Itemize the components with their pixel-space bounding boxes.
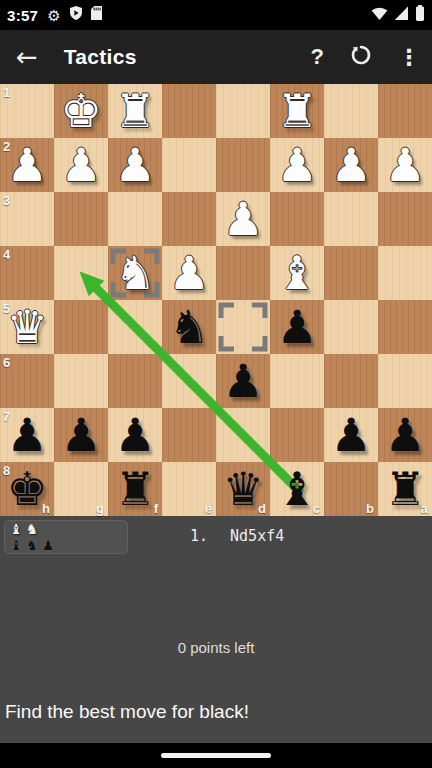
square-c3[interactable]: [270, 192, 324, 246]
home-indicator[interactable]: [161, 753, 271, 758]
square-f6[interactable]: [108, 354, 162, 408]
square-a7[interactable]: ♟: [378, 408, 432, 462]
piece-black-rook[interactable]: ♜: [108, 462, 162, 516]
square-f7[interactable]: ♟: [108, 408, 162, 462]
piece-black-pawn[interactable]: ♟: [378, 408, 432, 462]
square-c4[interactable]: ♝: [270, 246, 324, 300]
file-label-e: e: [205, 501, 212, 516]
piece-black-pawn[interactable]: ♟: [270, 300, 324, 354]
piece-white-pawn[interactable]: ♟: [324, 138, 378, 192]
piece-white-rook[interactable]: ♜: [270, 84, 324, 138]
captured-black-knight: ♞: [24, 537, 40, 553]
page-title: Tactics: [64, 45, 137, 69]
square-a5[interactable]: [378, 300, 432, 354]
captured-black-row: ♝♞♟: [8, 537, 124, 553]
piece-black-queen[interactable]: ♛: [216, 462, 270, 516]
navigation-bar: [0, 743, 432, 768]
square-c7[interactable]: [270, 408, 324, 462]
square-h7[interactable]: ♟7: [0, 408, 54, 462]
square-b4[interactable]: [324, 246, 378, 300]
file-label-b: b: [366, 501, 374, 516]
sd-card-icon: [91, 6, 102, 24]
square-g4[interactable]: [54, 246, 108, 300]
square-d2[interactable]: [216, 138, 270, 192]
status-bar: 3:57 ⚙: [0, 0, 432, 30]
square-g2[interactable]: ♟: [54, 138, 108, 192]
captured-white-bishop: ♝: [8, 521, 24, 537]
square-g7[interactable]: ♟: [54, 408, 108, 462]
piece-white-pawn[interactable]: ♟: [162, 246, 216, 300]
square-e6[interactable]: [162, 354, 216, 408]
square-a4[interactable]: [378, 246, 432, 300]
help-button[interactable]: ?: [311, 44, 324, 70]
square-b1[interactable]: [324, 84, 378, 138]
square-a1[interactable]: [378, 84, 432, 138]
overflow-menu-button[interactable]: ⋮: [398, 45, 420, 70]
square-f3[interactable]: [108, 192, 162, 246]
square-c2[interactable]: ♟: [270, 138, 324, 192]
piece-black-pawn[interactable]: ♟: [54, 408, 108, 462]
square-e8[interactable]: e: [162, 462, 216, 516]
rank-label-6: 6: [3, 355, 10, 370]
square-d4[interactable]: [216, 246, 270, 300]
file-label-g: g: [96, 501, 104, 516]
piece-white-pawn[interactable]: ♟: [108, 138, 162, 192]
piece-black-rook[interactable]: ♜: [378, 462, 432, 516]
square-c5[interactable]: ♟: [270, 300, 324, 354]
move-list: 1. Nd5xf4: [190, 527, 284, 545]
move-number: 1.: [190, 527, 208, 545]
square-h5[interactable]: ♛5: [0, 300, 54, 354]
square-h3[interactable]: 3: [0, 192, 54, 246]
turn-prompt-label: Find the best move for black!: [5, 701, 249, 723]
piece-white-pawn[interactable]: ♟: [216, 192, 270, 246]
square-d6[interactable]: ♟: [216, 354, 270, 408]
square-a8[interactable]: ♜a: [378, 462, 432, 516]
square-g8[interactable]: g: [54, 462, 108, 516]
square-e2[interactable]: [162, 138, 216, 192]
square-h4[interactable]: 4: [0, 246, 54, 300]
square-f1[interactable]: ♜: [108, 84, 162, 138]
piece-black-king[interactable]: ♚: [0, 462, 54, 516]
points-left-label: 0 points left: [0, 639, 432, 656]
square-b5[interactable]: [324, 300, 378, 354]
chess-board[interactable]: 1♚♜♜♟2♟♟♟♟♟3♟4♞♟♝♛5♞♟6♟♟7♟♟♟♟♚8hg♜fe♛d♝c…: [0, 84, 432, 516]
square-c8[interactable]: ♝c: [270, 462, 324, 516]
piece-black-bishop[interactable]: ♝: [270, 462, 324, 516]
captured-black-pawn: ♟: [40, 537, 56, 553]
square-h2[interactable]: ♟2: [0, 138, 54, 192]
cell-signal-icon: [394, 6, 409, 24]
square-a2[interactable]: ♟: [378, 138, 432, 192]
piece-black-pawn[interactable]: ♟: [108, 408, 162, 462]
piece-white-rook[interactable]: ♜: [108, 84, 162, 138]
square-g5[interactable]: [54, 300, 108, 354]
rank-label-3: 3: [3, 193, 10, 208]
square-c1[interactable]: ♜: [270, 84, 324, 138]
piece-white-pawn[interactable]: ♟: [378, 138, 432, 192]
square-d1[interactable]: [216, 84, 270, 138]
play-protect-icon: [70, 6, 82, 24]
piece-black-pawn[interactable]: ♟: [216, 354, 270, 408]
captured-black-bishop: ♝: [8, 537, 24, 553]
rank-label-1: 1: [3, 85, 10, 100]
piece-white-pawn[interactable]: ♟: [0, 138, 54, 192]
square-h1[interactable]: 1: [0, 84, 54, 138]
square-h8[interactable]: ♚8h: [0, 462, 54, 516]
square-d8[interactable]: ♛d: [216, 462, 270, 516]
back-button[interactable]: ←: [16, 44, 38, 70]
square-c6[interactable]: [270, 354, 324, 408]
move-text: Nd5xf4: [230, 527, 284, 545]
square-a6[interactable]: [378, 354, 432, 408]
wifi-icon: [371, 6, 388, 24]
square-a3[interactable]: [378, 192, 432, 246]
captured-white-knight: ♞: [24, 521, 40, 537]
gear-icon: ⚙: [47, 8, 60, 23]
square-f4[interactable]: ♞: [108, 246, 162, 300]
square-b7[interactable]: ♟: [324, 408, 378, 462]
square-d7[interactable]: [216, 408, 270, 462]
square-b2[interactable]: ♟: [324, 138, 378, 192]
piece-white-pawn[interactable]: ♟: [270, 138, 324, 192]
square-d5[interactable]: [216, 300, 270, 354]
square-b3[interactable]: [324, 192, 378, 246]
square-f2[interactable]: ♟: [108, 138, 162, 192]
app-bar: ← Tactics ? ⋮: [0, 30, 432, 84]
piece-white-pawn[interactable]: ♟: [54, 138, 108, 192]
app-bar-actions: ? ⋮: [311, 42, 432, 72]
square-g3[interactable]: [54, 192, 108, 246]
square-e1[interactable]: [162, 84, 216, 138]
piece-black-knight[interactable]: ♞: [162, 300, 216, 354]
captured-pieces-tray: ♝♞ ♝♞♟: [4, 520, 128, 554]
square-f8[interactable]: ♜f: [108, 462, 162, 516]
square-e5[interactable]: ♞: [162, 300, 216, 354]
screen: 3:57 ⚙: [0, 0, 432, 768]
square-h6[interactable]: 6: [0, 354, 54, 408]
battery-icon: [415, 5, 425, 25]
status-time: 3:57: [7, 7, 38, 24]
piece-white-bishop[interactable]: ♝: [270, 246, 324, 300]
square-f5[interactable]: [108, 300, 162, 354]
piece-white-king[interactable]: ♚: [54, 84, 108, 138]
piece-white-queen[interactable]: ♛: [0, 300, 54, 354]
square-d3[interactable]: ♟: [216, 192, 270, 246]
piece-black-pawn[interactable]: ♟: [324, 408, 378, 462]
piece-white-knight[interactable]: ♞: [108, 246, 162, 300]
square-e3[interactable]: [162, 192, 216, 246]
square-g1[interactable]: ♚: [54, 84, 108, 138]
restart-button[interactable]: [348, 42, 374, 72]
status-right-icons: [371, 5, 425, 25]
piece-black-pawn[interactable]: ♟: [0, 408, 54, 462]
captured-white-row: ♝♞: [8, 521, 124, 537]
square-b6[interactable]: [324, 354, 378, 408]
square-g6[interactable]: [54, 354, 108, 408]
square-e7[interactable]: [162, 408, 216, 462]
rank-label-4: 4: [3, 247, 10, 262]
square-b8[interactable]: b: [324, 462, 378, 516]
square-e4[interactable]: ♟: [162, 246, 216, 300]
